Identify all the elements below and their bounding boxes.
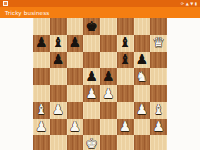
- square-h2[interactable]: ♟: [150, 119, 167, 136]
- square-g2[interactable]: [134, 119, 151, 136]
- piece-white-bishop: ♝: [35, 103, 47, 117]
- piece-white-pawn: ♟: [102, 87, 114, 101]
- square-c2[interactable]: ♟: [67, 119, 84, 136]
- page-title: Tricky business: [5, 10, 49, 16]
- square-d3[interactable]: [83, 102, 100, 119]
- piece-white-queen: ♛: [153, 36, 165, 50]
- piece-black-pawn: ♟: [35, 36, 47, 50]
- piece-white-pawn: ♟: [86, 87, 98, 101]
- square-e7[interactable]: [100, 35, 117, 52]
- square-f1[interactable]: [117, 135, 134, 150]
- square-g3[interactable]: ♟: [134, 102, 151, 119]
- wifi-icon: ▼: [190, 2, 193, 6]
- piece-white-bishop: ♝: [153, 103, 165, 117]
- chess-board: ♚♟♝♟♝♛♟♝♟♟♟♞♟♟♝♟♟♝♟♟♟♟♚: [33, 18, 167, 150]
- square-h4[interactable]: [150, 85, 167, 102]
- piece-white-king: ♚: [86, 137, 98, 150]
- piece-black-bishop: ♝: [52, 36, 64, 50]
- square-e1[interactable]: [100, 135, 117, 150]
- square-a8[interactable]: [33, 18, 50, 35]
- piece-black-pawn: ♟: [69, 36, 81, 50]
- square-b5[interactable]: [50, 68, 67, 85]
- piece-black-bishop: ♝: [119, 53, 131, 67]
- square-f3[interactable]: [117, 102, 134, 119]
- piece-white-pawn: ♟: [69, 120, 81, 134]
- piece-black-king: ♚: [86, 20, 98, 34]
- square-f4[interactable]: [117, 85, 134, 102]
- square-e5[interactable]: ♟: [100, 68, 117, 85]
- status-bar: ⟳ ▲ ▼ ▮: [0, 0, 200, 7]
- square-e4[interactable]: ♟: [100, 85, 117, 102]
- square-h3[interactable]: ♝: [150, 102, 167, 119]
- square-c4[interactable]: [67, 85, 84, 102]
- square-h6[interactable]: [150, 52, 167, 69]
- square-e3[interactable]: [100, 102, 117, 119]
- square-b6[interactable]: ♟: [50, 52, 67, 69]
- square-g4[interactable]: [134, 85, 151, 102]
- square-c8[interactable]: [67, 18, 84, 35]
- piece-white-knight: ♞: [136, 70, 148, 84]
- square-h5[interactable]: [150, 68, 167, 85]
- square-h7[interactable]: ♛: [150, 35, 167, 52]
- square-f2[interactable]: ♟: [117, 119, 134, 136]
- square-a4[interactable]: [33, 85, 50, 102]
- piece-white-pawn: ♟: [119, 120, 131, 134]
- square-a6[interactable]: [33, 52, 50, 69]
- square-b3[interactable]: ♟: [50, 102, 67, 119]
- square-c1[interactable]: [67, 135, 84, 150]
- square-d2[interactable]: [83, 119, 100, 136]
- square-f5[interactable]: [117, 68, 134, 85]
- piece-white-pawn: ♟: [52, 103, 64, 117]
- square-a3[interactable]: ♝: [33, 102, 50, 119]
- square-d4[interactable]: ♟: [83, 85, 100, 102]
- square-e8[interactable]: [100, 18, 117, 35]
- square-g6[interactable]: ♟: [134, 52, 151, 69]
- square-d8[interactable]: ♚: [83, 18, 100, 35]
- square-f6[interactable]: ♝: [117, 52, 134, 69]
- content-area: ♚♟♝♟♝♛♟♝♟♟♟♞♟♟♝♟♟♝♟♟♟♟♚: [0, 18, 200, 150]
- square-b2[interactable]: [50, 119, 67, 136]
- status-left: [3, 1, 8, 6]
- square-c5[interactable]: [67, 68, 84, 85]
- square-a5[interactable]: [33, 68, 50, 85]
- square-g5[interactable]: ♞: [134, 68, 151, 85]
- signal-icon: ▲: [186, 2, 189, 6]
- square-e2[interactable]: [100, 119, 117, 136]
- piece-black-pawn: ♟: [102, 70, 114, 84]
- square-f7[interactable]: ♝: [117, 35, 134, 52]
- status-right: ⟳ ▲ ▼ ▮: [181, 2, 197, 6]
- sync-icon: ⟳: [181, 2, 184, 6]
- square-g8[interactable]: [134, 18, 151, 35]
- square-c6[interactable]: [67, 52, 84, 69]
- square-g7[interactable]: [134, 35, 151, 52]
- square-g1[interactable]: [134, 135, 151, 150]
- piece-black-pawn: ♟: [86, 70, 98, 84]
- square-b4[interactable]: [50, 85, 67, 102]
- piece-black-pawn: ♟: [52, 53, 64, 67]
- square-a7[interactable]: ♟: [33, 35, 50, 52]
- notification-icon: [3, 1, 8, 6]
- square-d6[interactable]: [83, 52, 100, 69]
- square-d1[interactable]: ♚: [83, 135, 100, 150]
- square-d7[interactable]: [83, 35, 100, 52]
- square-e6[interactable]: [100, 52, 117, 69]
- square-c7[interactable]: ♟: [67, 35, 84, 52]
- square-f8[interactable]: [117, 18, 134, 35]
- square-d5[interactable]: ♟: [83, 68, 100, 85]
- square-b7[interactable]: ♝: [50, 35, 67, 52]
- square-h8[interactable]: [150, 18, 167, 35]
- piece-black-bishop: ♝: [119, 36, 131, 50]
- app-bar: Tricky business: [0, 7, 200, 18]
- piece-white-pawn: ♟: [153, 120, 165, 134]
- square-b1[interactable]: [50, 135, 67, 150]
- square-b8[interactable]: [50, 18, 67, 35]
- piece-black-pawn: ♟: [136, 53, 148, 67]
- piece-white-pawn: ♟: [35, 120, 47, 134]
- square-a1[interactable]: [33, 135, 50, 150]
- square-h1[interactable]: [150, 135, 167, 150]
- battery-icon: ▮: [195, 2, 197, 6]
- piece-white-pawn: ♟: [136, 103, 148, 117]
- square-a2[interactable]: ♟: [33, 119, 50, 136]
- square-c3[interactable]: [67, 102, 84, 119]
